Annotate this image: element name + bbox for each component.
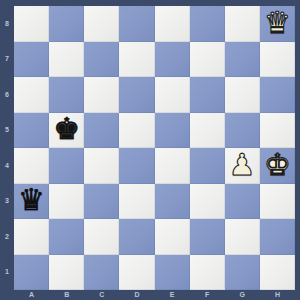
square-c6[interactable]	[84, 77, 119, 113]
square-e2[interactable]	[155, 219, 190, 255]
square-e7[interactable]	[155, 42, 190, 78]
square-e3[interactable]	[155, 184, 190, 220]
file-label-f: F	[200, 291, 214, 299]
black-king-b5[interactable]: ♚	[53, 114, 80, 144]
square-h4[interactable]: ♚	[260, 148, 295, 184]
square-g7[interactable]	[225, 42, 260, 78]
file-label-e: E	[165, 291, 179, 299]
file-label-h: H	[270, 291, 284, 299]
square-f1[interactable]	[190, 255, 225, 291]
square-g2[interactable]	[225, 219, 260, 255]
square-a2[interactable]	[14, 219, 49, 255]
square-c5[interactable]	[84, 113, 119, 149]
square-e6[interactable]	[155, 77, 190, 113]
white-pawn-g4[interactable]: ♟	[229, 150, 256, 180]
chessboard-frame: ♛♚♟♚♛ 87654321 ABCDEFGH	[0, 0, 300, 300]
rank-label-1: 1	[0, 268, 14, 276]
square-f2[interactable]	[190, 219, 225, 255]
square-d8[interactable]	[119, 6, 154, 42]
white-queen-h8[interactable]: ♛	[264, 8, 291, 38]
square-a3[interactable]: ♛	[14, 184, 49, 220]
square-d1[interactable]	[119, 255, 154, 291]
square-f3[interactable]	[190, 184, 225, 220]
rank-label-4: 4	[0, 162, 14, 170]
square-f8[interactable]	[190, 6, 225, 42]
file-label-g: G	[235, 291, 249, 299]
rank-label-7: 7	[0, 55, 14, 63]
square-d5[interactable]	[119, 113, 154, 149]
square-e8[interactable]	[155, 6, 190, 42]
square-b2[interactable]	[49, 219, 84, 255]
square-b3[interactable]	[49, 184, 84, 220]
file-label-d: D	[130, 291, 144, 299]
square-h1[interactable]	[260, 255, 295, 291]
square-a6[interactable]	[14, 77, 49, 113]
square-g4[interactable]: ♟	[225, 148, 260, 184]
square-h2[interactable]	[260, 219, 295, 255]
square-b7[interactable]	[49, 42, 84, 78]
square-d4[interactable]	[119, 148, 154, 184]
black-queen-a3[interactable]: ♛	[18, 185, 45, 215]
square-a5[interactable]	[14, 113, 49, 149]
square-g8[interactable]	[225, 6, 260, 42]
square-b4[interactable]	[49, 148, 84, 184]
square-c4[interactable]	[84, 148, 119, 184]
square-d6[interactable]	[119, 77, 154, 113]
square-a4[interactable]	[14, 148, 49, 184]
square-h7[interactable]	[260, 42, 295, 78]
square-e5[interactable]	[155, 113, 190, 149]
white-king-h4[interactable]: ♚	[264, 150, 291, 180]
square-a1[interactable]	[14, 255, 49, 291]
rank-label-5: 5	[0, 126, 14, 134]
square-f5[interactable]	[190, 113, 225, 149]
chessboard: ♛♚♟♚♛	[14, 6, 295, 290]
file-label-a: A	[25, 291, 39, 299]
square-c3[interactable]	[84, 184, 119, 220]
square-b8[interactable]	[49, 6, 84, 42]
file-label-b: B	[60, 291, 74, 299]
square-h3[interactable]	[260, 184, 295, 220]
square-d7[interactable]	[119, 42, 154, 78]
square-c8[interactable]	[84, 6, 119, 42]
square-e1[interactable]	[155, 255, 190, 291]
file-label-c: C	[95, 291, 109, 299]
square-e4[interactable]	[155, 148, 190, 184]
square-b6[interactable]	[49, 77, 84, 113]
square-g6[interactable]	[225, 77, 260, 113]
square-g5[interactable]	[225, 113, 260, 149]
square-d2[interactable]	[119, 219, 154, 255]
rank-label-8: 8	[0, 20, 14, 28]
rank-label-3: 3	[0, 197, 14, 205]
square-g1[interactable]	[225, 255, 260, 291]
square-b5[interactable]: ♚	[49, 113, 84, 149]
square-h8[interactable]: ♛	[260, 6, 295, 42]
square-h6[interactable]	[260, 77, 295, 113]
square-f7[interactable]	[190, 42, 225, 78]
square-f4[interactable]	[190, 148, 225, 184]
square-g3[interactable]	[225, 184, 260, 220]
square-c2[interactable]	[84, 219, 119, 255]
square-b1[interactable]	[49, 255, 84, 291]
square-a8[interactable]	[14, 6, 49, 42]
square-c7[interactable]	[84, 42, 119, 78]
square-h5[interactable]	[260, 113, 295, 149]
rank-label-6: 6	[0, 91, 14, 99]
square-f6[interactable]	[190, 77, 225, 113]
square-a7[interactable]	[14, 42, 49, 78]
square-d3[interactable]	[119, 184, 154, 220]
square-c1[interactable]	[84, 255, 119, 291]
rank-label-2: 2	[0, 233, 14, 241]
